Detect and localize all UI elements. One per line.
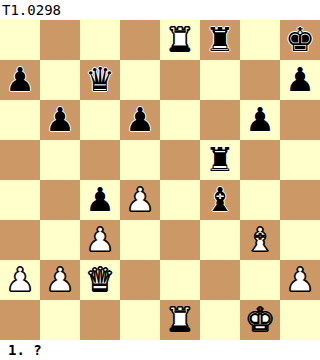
square-b3[interactable]	[40, 220, 80, 260]
status-bar: 1. ?	[0, 340, 320, 360]
square-d8[interactable]	[120, 20, 160, 60]
square-a6[interactable]	[0, 100, 40, 140]
square-a1[interactable]	[0, 300, 40, 340]
piece-black-queen: ♛	[85, 60, 115, 100]
piece-white-king: ♚	[245, 300, 275, 340]
square-d6[interactable]: ♟	[120, 100, 160, 140]
piece-white-queen: ♛	[85, 260, 115, 300]
piece-white-rook: ♜	[165, 300, 195, 340]
square-f3[interactable]	[200, 220, 240, 260]
square-e7[interactable]	[160, 60, 200, 100]
square-d1[interactable]	[120, 300, 160, 340]
piece-black-pawn: ♟	[245, 100, 275, 140]
piece-black-rook: ♜	[205, 20, 235, 60]
square-e1[interactable]: ♜	[160, 300, 200, 340]
square-g7[interactable]	[240, 60, 280, 100]
square-h7[interactable]: ♟	[280, 60, 320, 100]
square-b1[interactable]	[40, 300, 80, 340]
piece-black-pawn: ♟	[125, 100, 155, 140]
square-e4[interactable]	[160, 180, 200, 220]
piece-black-pawn: ♟	[285, 60, 315, 100]
square-d5[interactable]	[120, 140, 160, 180]
chess-board: ♜♜♚♟♛♟♟♟♟♜♟♟♝♟♝♟♟♛♟♜♚	[0, 20, 320, 340]
piece-white-pawn: ♟	[285, 260, 315, 300]
piece-black-rook: ♜	[205, 140, 235, 180]
piece-white-bishop: ♝	[245, 220, 275, 260]
square-c3[interactable]: ♟	[80, 220, 120, 260]
square-h3[interactable]	[280, 220, 320, 260]
square-g6[interactable]: ♟	[240, 100, 280, 140]
square-e6[interactable]	[160, 100, 200, 140]
square-a3[interactable]	[0, 220, 40, 260]
square-d7[interactable]	[120, 60, 160, 100]
square-a8[interactable]	[0, 20, 40, 60]
square-g5[interactable]	[240, 140, 280, 180]
square-g3[interactable]: ♝	[240, 220, 280, 260]
square-c6[interactable]	[80, 100, 120, 140]
square-a5[interactable]	[0, 140, 40, 180]
piece-white-pawn: ♟	[85, 220, 115, 260]
square-b2[interactable]: ♟	[40, 260, 80, 300]
square-h1[interactable]	[280, 300, 320, 340]
piece-black-king: ♚	[285, 20, 315, 60]
square-c1[interactable]	[80, 300, 120, 340]
square-h6[interactable]	[280, 100, 320, 140]
square-a4[interactable]	[0, 180, 40, 220]
square-f8[interactable]: ♜	[200, 20, 240, 60]
piece-black-bishop: ♝	[205, 180, 235, 220]
square-f4[interactable]: ♝	[200, 180, 240, 220]
square-f6[interactable]	[200, 100, 240, 140]
square-f2[interactable]	[200, 260, 240, 300]
square-a7[interactable]: ♟	[0, 60, 40, 100]
square-h2[interactable]: ♟	[280, 260, 320, 300]
move-prompt: 1. ?	[8, 342, 42, 358]
square-h4[interactable]	[280, 180, 320, 220]
square-d3[interactable]	[120, 220, 160, 260]
piece-white-rook: ♜	[165, 20, 195, 60]
square-b5[interactable]	[40, 140, 80, 180]
square-b6[interactable]: ♟	[40, 100, 80, 140]
square-h8[interactable]: ♚	[280, 20, 320, 60]
square-c5[interactable]	[80, 140, 120, 180]
square-e5[interactable]	[160, 140, 200, 180]
square-g1[interactable]: ♚	[240, 300, 280, 340]
square-b4[interactable]	[40, 180, 80, 220]
square-g2[interactable]	[240, 260, 280, 300]
square-c4[interactable]: ♟	[80, 180, 120, 220]
square-f7[interactable]	[200, 60, 240, 100]
piece-white-pawn: ♟	[125, 180, 155, 220]
piece-white-pawn: ♟	[5, 260, 35, 300]
square-f1[interactable]	[200, 300, 240, 340]
square-e3[interactable]	[160, 220, 200, 260]
title-bar: T1.0298	[0, 0, 320, 20]
piece-black-pawn: ♟	[85, 180, 115, 220]
square-e8[interactable]: ♜	[160, 20, 200, 60]
square-b8[interactable]	[40, 20, 80, 60]
square-c2[interactable]: ♛	[80, 260, 120, 300]
square-b7[interactable]	[40, 60, 80, 100]
square-f5[interactable]: ♜	[200, 140, 240, 180]
piece-black-pawn: ♟	[5, 60, 35, 100]
square-a2[interactable]: ♟	[0, 260, 40, 300]
square-e2[interactable]	[160, 260, 200, 300]
square-c7[interactable]: ♛	[80, 60, 120, 100]
piece-black-pawn: ♟	[45, 100, 75, 140]
square-g8[interactable]	[240, 20, 280, 60]
square-c8[interactable]	[80, 20, 120, 60]
square-g4[interactable]	[240, 180, 280, 220]
piece-white-pawn: ♟	[45, 260, 75, 300]
puzzle-id: T1.0298	[2, 2, 61, 18]
square-h5[interactable]	[280, 140, 320, 180]
square-d4[interactable]: ♟	[120, 180, 160, 220]
square-d2[interactable]	[120, 260, 160, 300]
